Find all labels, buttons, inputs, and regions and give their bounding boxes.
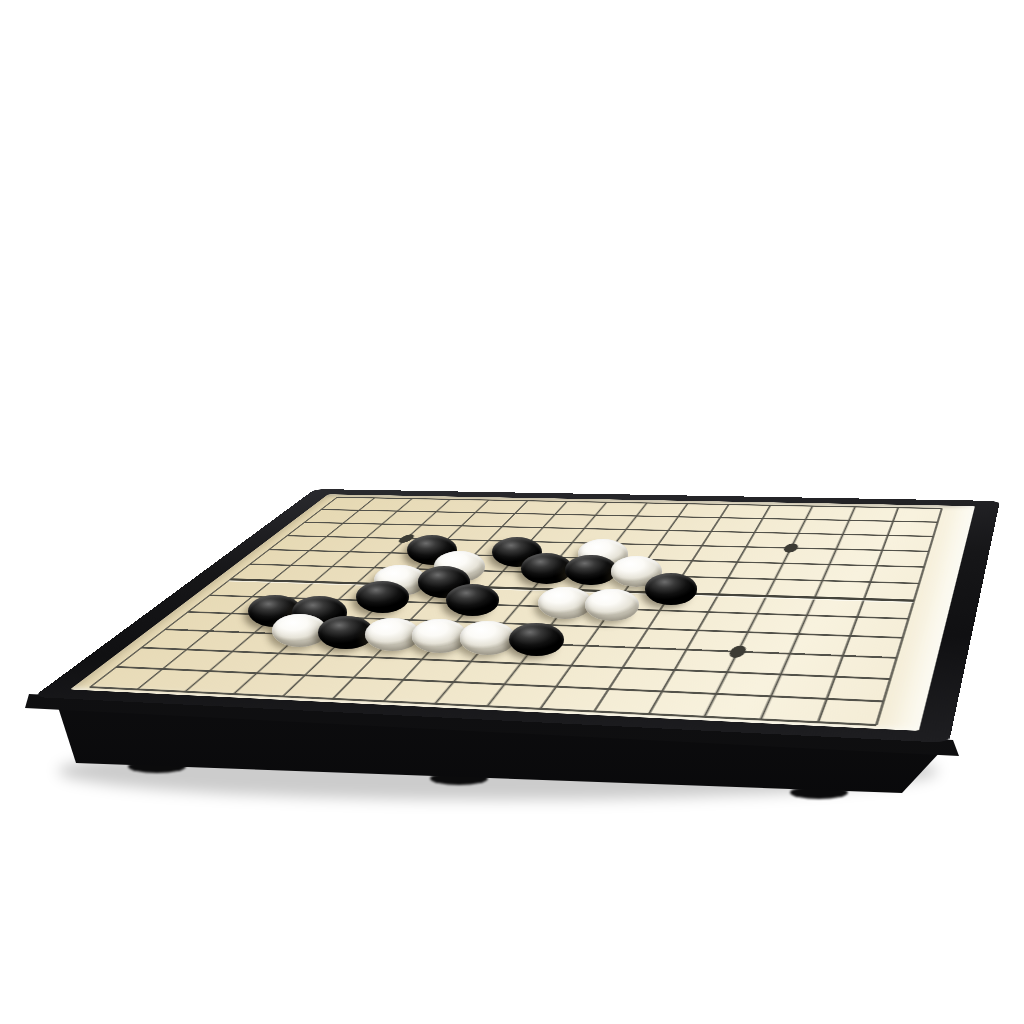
grid-line bbox=[761, 507, 855, 720]
grid-line bbox=[305, 522, 934, 536]
white-stone bbox=[538, 587, 591, 619]
grid-line bbox=[704, 506, 812, 717]
grid-line bbox=[90, 497, 337, 687]
white-stone bbox=[585, 589, 638, 621]
grid-line bbox=[321, 510, 937, 523]
white-stone bbox=[460, 621, 516, 654]
photo-backdrop bbox=[0, 0, 1024, 1024]
black-stone bbox=[645, 573, 697, 604]
grid-line bbox=[137, 498, 374, 690]
grid-line bbox=[337, 497, 942, 508]
grid-line bbox=[116, 667, 883, 702]
board-grid-svg bbox=[70, 494, 975, 731]
star-point bbox=[782, 543, 800, 552]
grid-line bbox=[649, 505, 770, 714]
star-point bbox=[727, 645, 748, 658]
black-stone bbox=[565, 555, 616, 586]
board-face bbox=[70, 494, 975, 731]
grid-line bbox=[141, 648, 890, 679]
